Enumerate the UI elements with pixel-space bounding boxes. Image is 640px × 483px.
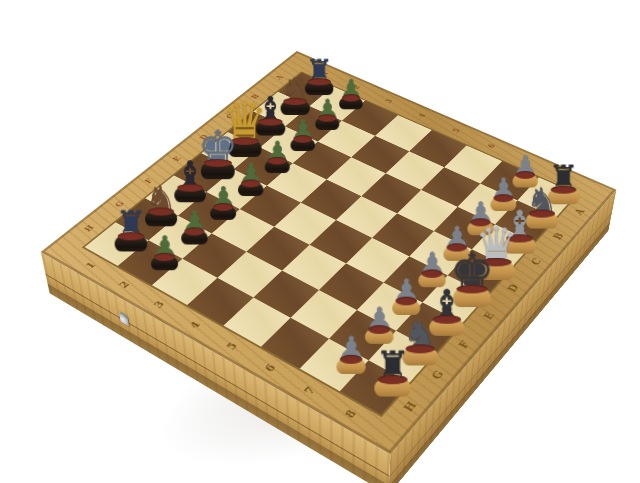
piece-base xyxy=(182,231,209,244)
latch-icon xyxy=(119,311,129,327)
piece-base xyxy=(340,98,364,110)
piece-base xyxy=(291,139,316,151)
piece-base xyxy=(365,330,394,344)
piece-base xyxy=(151,257,178,271)
piece-base xyxy=(238,183,263,196)
piece-base xyxy=(316,118,340,130)
piece-base xyxy=(374,380,411,397)
product-photo-scene: HGFEDCBA HGFEDCBA 12345678 12345678 ♜♞♝♛… xyxy=(0,0,640,483)
piece-base xyxy=(211,207,237,220)
piece-base xyxy=(337,359,366,374)
piece-base xyxy=(265,161,290,173)
piece-base xyxy=(115,236,148,251)
piece-base xyxy=(145,212,177,227)
piece-base xyxy=(174,188,206,203)
